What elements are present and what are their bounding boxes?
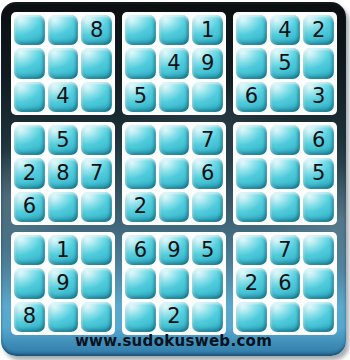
cell-r8c9[interactable] — [303, 268, 334, 298]
cell-r8c8[interactable]: 6 — [270, 268, 301, 298]
box-r2c2: 762 — [122, 122, 226, 225]
site-url-link[interactable]: www.sudokusweb.com — [1, 332, 346, 350]
cell-r1c7[interactable] — [236, 15, 267, 45]
cell-r3c4[interactable]: 5 — [125, 82, 156, 112]
cell-r7c5[interactable]: 9 — [159, 235, 190, 265]
box-r3c2: 6952 — [122, 232, 226, 335]
cell-r3c6[interactable] — [192, 82, 223, 112]
cell-r6c4[interactable]: 2 — [125, 192, 156, 222]
box-r1c3: 42563 — [233, 12, 337, 115]
cell-r5c1[interactable]: 2 — [14, 158, 45, 188]
cell-r5c2[interactable]: 8 — [48, 158, 79, 188]
cell-r3c8[interactable] — [270, 82, 301, 112]
cell-r4c3[interactable] — [81, 125, 112, 155]
cell-r4c4[interactable] — [125, 125, 156, 155]
cell-r4c8[interactable] — [270, 125, 301, 155]
cell-r9c5[interactable]: 2 — [159, 302, 190, 332]
cell-r1c4[interactable] — [125, 15, 156, 45]
cell-r5c4[interactable] — [125, 158, 156, 188]
cell-r8c5[interactable] — [159, 268, 190, 298]
cell-r1c1[interactable] — [14, 15, 45, 45]
cell-r8c2[interactable]: 9 — [48, 268, 79, 298]
cell-r1c3[interactable]: 8 — [81, 15, 112, 45]
cell-r6c9[interactable] — [303, 192, 334, 222]
cell-r2c4[interactable] — [125, 48, 156, 78]
cell-r8c6[interactable] — [192, 268, 223, 298]
cell-r3c9[interactable]: 3 — [303, 82, 334, 112]
cell-r5c6[interactable]: 6 — [192, 158, 223, 188]
cell-r4c2[interactable]: 5 — [48, 125, 79, 155]
cell-r4c6[interactable]: 7 — [192, 125, 223, 155]
cell-r4c7[interactable] — [236, 125, 267, 155]
box-r1c2: 1495 — [122, 12, 226, 115]
cell-r9c1[interactable]: 8 — [14, 302, 45, 332]
cell-r7c3[interactable] — [81, 235, 112, 265]
cell-r3c2[interactable]: 4 — [48, 82, 79, 112]
cell-r9c9[interactable] — [303, 302, 334, 332]
cell-r2c8[interactable]: 5 — [270, 48, 301, 78]
cell-r1c5[interactable] — [159, 15, 190, 45]
cell-r7c4[interactable]: 6 — [125, 235, 156, 265]
cell-r6c7[interactable] — [236, 192, 267, 222]
cell-r6c6[interactable] — [192, 192, 223, 222]
box-r3c1: 198 — [11, 232, 115, 335]
cell-r6c1[interactable]: 6 — [14, 192, 45, 222]
cell-r3c7[interactable]: 6 — [236, 82, 267, 112]
cell-r9c6[interactable] — [192, 302, 223, 332]
cell-r7c8[interactable]: 7 — [270, 235, 301, 265]
cell-r1c8[interactable]: 4 — [270, 15, 301, 45]
box-r2c3: 65 — [233, 122, 337, 225]
cell-r2c9[interactable] — [303, 48, 334, 78]
cell-r6c5[interactable] — [159, 192, 190, 222]
cell-r5c8[interactable] — [270, 158, 301, 188]
cell-r4c1[interactable] — [14, 125, 45, 155]
cell-r3c3[interactable] — [81, 82, 112, 112]
cell-r2c7[interactable] — [236, 48, 267, 78]
cell-r1c6[interactable]: 1 — [192, 15, 223, 45]
cell-r6c8[interactable] — [270, 192, 301, 222]
cell-r2c3[interactable] — [81, 48, 112, 78]
cell-r5c3[interactable]: 7 — [81, 158, 112, 188]
cell-r5c9[interactable]: 5 — [303, 158, 334, 188]
cell-r9c3[interactable] — [81, 302, 112, 332]
cell-r8c7[interactable]: 2 — [236, 268, 267, 298]
cell-r7c2[interactable]: 1 — [48, 235, 79, 265]
cell-r9c8[interactable] — [270, 302, 301, 332]
cell-r6c3[interactable] — [81, 192, 112, 222]
cell-r2c6[interactable]: 9 — [192, 48, 223, 78]
cell-r1c9[interactable]: 2 — [303, 15, 334, 45]
cell-r2c1[interactable] — [14, 48, 45, 78]
cell-r4c5[interactable] — [159, 125, 190, 155]
cell-r2c2[interactable] — [48, 48, 79, 78]
cell-r7c7[interactable] — [236, 235, 267, 265]
cell-r2c5[interactable]: 4 — [159, 48, 190, 78]
cell-r8c1[interactable] — [14, 268, 45, 298]
cell-r3c5[interactable] — [159, 82, 190, 112]
cell-r9c2[interactable] — [48, 302, 79, 332]
cell-r3c1[interactable] — [14, 82, 45, 112]
sudoku-grid: 8414954256352876762651986952726 — [11, 12, 337, 335]
cell-r8c3[interactable] — [81, 268, 112, 298]
page: 8414954256352876762651986952726 www.sudo… — [0, 0, 350, 360]
cell-r5c5[interactable] — [159, 158, 190, 188]
cell-r8c4[interactable] — [125, 268, 156, 298]
cell-r7c9[interactable] — [303, 235, 334, 265]
sudoku-card: 8414954256352876762651986952726 www.sudo… — [1, 2, 346, 356]
box-r3c3: 726 — [233, 232, 337, 335]
cell-r4c9[interactable]: 6 — [303, 125, 334, 155]
cell-r1c2[interactable] — [48, 15, 79, 45]
box-r1c1: 84 — [11, 12, 115, 115]
cell-r9c7[interactable] — [236, 302, 267, 332]
cell-r7c1[interactable] — [14, 235, 45, 265]
cell-r5c7[interactable] — [236, 158, 267, 188]
cell-r6c2[interactable] — [48, 192, 79, 222]
box-r2c1: 52876 — [11, 122, 115, 225]
cell-r7c6[interactable]: 5 — [192, 235, 223, 265]
cell-r9c4[interactable] — [125, 302, 156, 332]
